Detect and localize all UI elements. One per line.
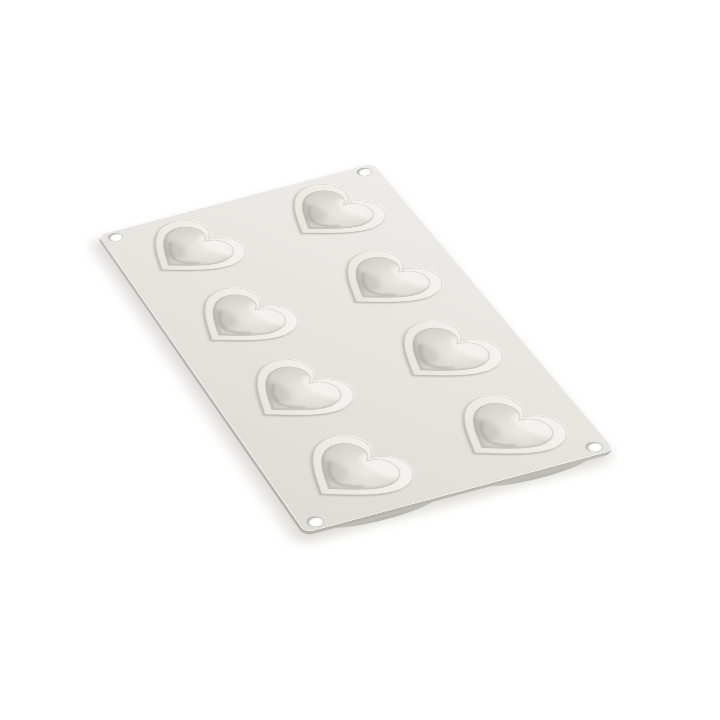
silicone-mold-tray: [98, 163, 615, 533]
product-photo-stage: [0, 0, 720, 720]
